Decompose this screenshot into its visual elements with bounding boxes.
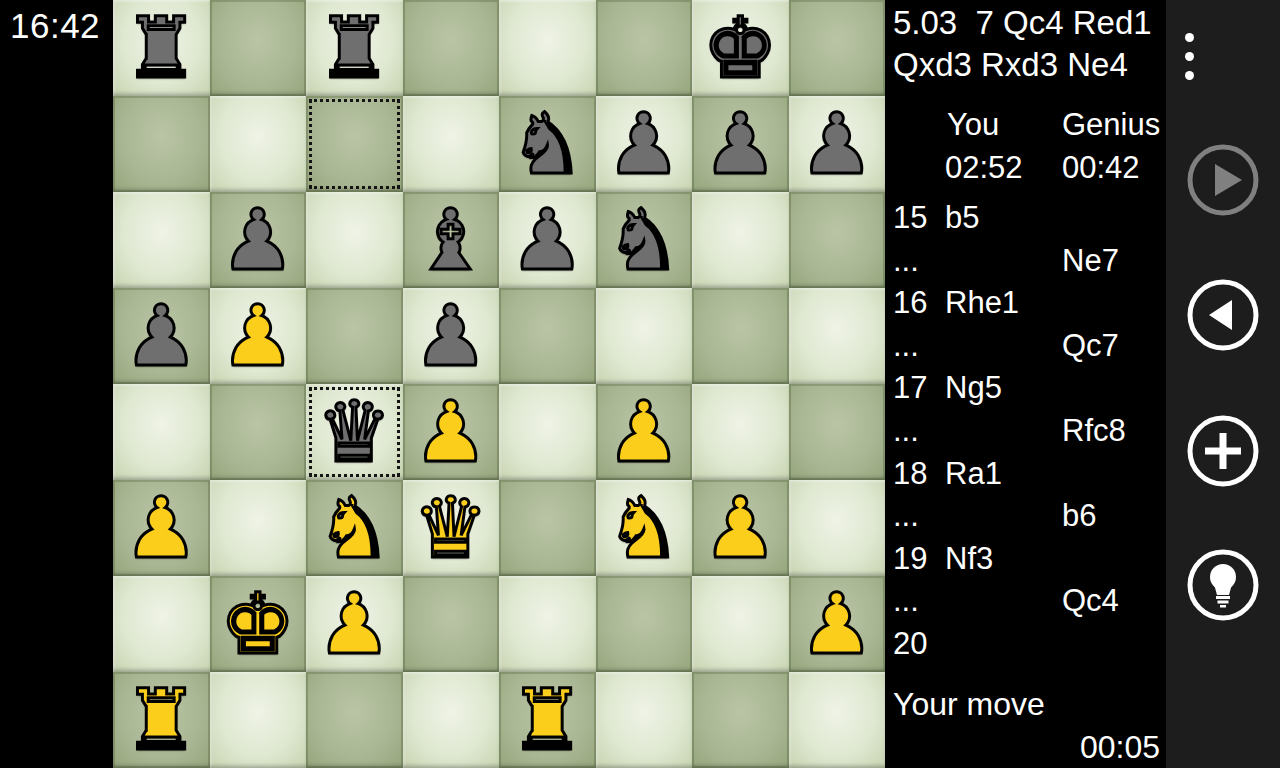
black-move: Ne7 — [1062, 243, 1119, 279]
hint-button[interactable] — [1185, 547, 1261, 623]
square-b6[interactable]: ♟ — [210, 192, 307, 288]
move-row: ...Qc4 — [885, 583, 1166, 626]
square-d1[interactable] — [403, 672, 500, 768]
piece-white-knight: ♞ — [596, 480, 693, 576]
square-d6[interactable]: ♝ — [403, 192, 500, 288]
piece-black-bishop: ♝ — [403, 192, 500, 288]
move-row: 16Rhe1 — [885, 285, 1166, 328]
square-b2[interactable]: ♚ — [210, 576, 307, 672]
piece-white-king: ♚ — [210, 576, 307, 672]
white-move: Ra1 — [945, 456, 1002, 492]
square-f1[interactable] — [596, 672, 693, 768]
last-move-highlight-c7 — [309, 99, 400, 189]
piece-black-pawn: ♟ — [113, 288, 210, 384]
square-d2[interactable] — [403, 576, 500, 672]
chess-board: ♜♜♚♞♟♟♟♟♝♟♞♟♟♟♛♟♟♟♞♛♞♟♚♟♟♜♜ — [113, 0, 885, 768]
ellipsis-dot — [1185, 33, 1194, 42]
move-number: ... — [893, 413, 919, 449]
square-c1[interactable] — [306, 672, 403, 768]
square-d3[interactable]: ♛ — [403, 480, 500, 576]
white-move: Nf3 — [945, 541, 993, 577]
piece-black-pawn: ♟ — [403, 288, 500, 384]
square-f6[interactable]: ♞ — [596, 192, 693, 288]
square-a6[interactable] — [113, 192, 210, 288]
chess-app-screen: 16:42 ♜♜♚♞♟♟♟♟♝♟♞♟♟♟♛♟♟♟♞♛♞♟♚♟♟♜♜ 5.03 7… — [0, 0, 1280, 768]
square-f2[interactable] — [596, 576, 693, 672]
ellipsis-dot — [1185, 52, 1194, 61]
square-c7[interactable] — [306, 96, 403, 192]
black-move: Qc4 — [1062, 583, 1119, 619]
square-b4[interactable] — [210, 384, 307, 480]
move-number: 16 — [893, 285, 927, 321]
square-e2[interactable] — [499, 576, 596, 672]
move-number: ... — [893, 498, 919, 534]
move-number: 19 — [893, 541, 927, 577]
square-e8[interactable] — [499, 0, 596, 96]
move-number: 17 — [893, 370, 927, 406]
square-c2[interactable]: ♟ — [306, 576, 403, 672]
square-e6[interactable]: ♟ — [499, 192, 596, 288]
square-h1[interactable] — [789, 672, 886, 768]
system-clock: 16:42 — [0, 0, 113, 46]
piece-white-rook: ♜ — [113, 672, 210, 768]
square-h5[interactable] — [789, 288, 886, 384]
piece-white-pawn: ♟ — [692, 480, 789, 576]
piece-white-queen: ♛ — [403, 480, 500, 576]
black-player-label: Genius — [1062, 107, 1160, 143]
square-a7[interactable] — [113, 96, 210, 192]
back-button[interactable] — [1185, 277, 1261, 353]
square-h8[interactable] — [789, 0, 886, 96]
move-row: ...b6 — [885, 498, 1166, 541]
square-g7[interactable]: ♟ — [692, 96, 789, 192]
play-button[interactable] — [1185, 142, 1261, 218]
piece-black-rook: ♜ — [306, 0, 403, 96]
lightbulb-icon — [1185, 547, 1261, 623]
move-list[interactable]: 15b5...Ne716Rhe1...Qc717Ng5...Rfc818Ra1.… — [885, 200, 1166, 669]
square-g4[interactable] — [692, 384, 789, 480]
piece-white-pawn: ♟ — [789, 576, 886, 672]
move-row: 18Ra1 — [885, 456, 1166, 499]
square-g1[interactable] — [692, 672, 789, 768]
plus-icon — [1185, 413, 1261, 489]
square-f4[interactable]: ♟ — [596, 384, 693, 480]
square-c8[interactable]: ♜ — [306, 0, 403, 96]
move-row: 19Nf3 — [885, 541, 1166, 584]
white-move: b5 — [945, 200, 979, 236]
move-number: ... — [893, 583, 919, 619]
square-a1[interactable]: ♜ — [113, 672, 210, 768]
move-number: ... — [893, 243, 919, 279]
game-info-panel: 5.03 7 Qc4 Red1 Qxd3 Rxd3 Ne4 You Genius… — [885, 0, 1166, 768]
move-timer: 00:05 — [1080, 729, 1160, 766]
black-move: b6 — [1062, 498, 1096, 534]
square-f7[interactable]: ♟ — [596, 96, 693, 192]
move-row: 17Ng5 — [885, 370, 1166, 413]
square-c6[interactable] — [306, 192, 403, 288]
piece-black-queen: ♛ — [306, 384, 403, 480]
square-b3[interactable] — [210, 480, 307, 576]
move-row: ...Rfc8 — [885, 413, 1166, 456]
square-d7[interactable] — [403, 96, 500, 192]
move-row: 15b5 — [885, 200, 1166, 243]
square-g3[interactable]: ♟ — [692, 480, 789, 576]
application-bar — [1166, 0, 1280, 768]
white-move: Rhe1 — [945, 285, 1019, 321]
piece-white-pawn: ♟ — [306, 576, 403, 672]
square-a5[interactable]: ♟ — [113, 288, 210, 384]
move-number: ... — [893, 328, 919, 364]
square-g6[interactable] — [692, 192, 789, 288]
square-b8[interactable] — [210, 0, 307, 96]
piece-white-pawn: ♟ — [210, 288, 307, 384]
square-e3[interactable] — [499, 480, 596, 576]
square-c5[interactable] — [306, 288, 403, 384]
square-d5[interactable]: ♟ — [403, 288, 500, 384]
square-a8[interactable]: ♜ — [113, 0, 210, 96]
play-icon — [1185, 142, 1261, 218]
move-row: 20 — [885, 626, 1166, 669]
white-move: Ng5 — [945, 370, 1002, 406]
piece-black-pawn: ♟ — [596, 96, 693, 192]
status-message: Your move — [893, 686, 1045, 723]
square-g5[interactable] — [692, 288, 789, 384]
square-d8[interactable] — [403, 0, 500, 96]
piece-black-knight: ♞ — [596, 192, 693, 288]
ellipsis-dot — [1185, 71, 1194, 80]
square-h4[interactable] — [789, 384, 886, 480]
square-e1[interactable]: ♜ — [499, 672, 596, 768]
square-c4[interactable]: ♛ — [306, 384, 403, 480]
square-h7[interactable]: ♟ — [789, 96, 886, 192]
piece-white-knight: ♞ — [306, 480, 403, 576]
square-e5[interactable] — [499, 288, 596, 384]
move-row: ...Ne7 — [885, 243, 1166, 286]
piece-black-king: ♚ — [692, 0, 789, 96]
square-h2[interactable]: ♟ — [789, 576, 886, 672]
square-a2[interactable] — [113, 576, 210, 672]
square-h6[interactable] — [789, 192, 886, 288]
add-button[interactable] — [1185, 413, 1261, 489]
piece-black-pawn: ♟ — [210, 192, 307, 288]
square-f5[interactable] — [596, 288, 693, 384]
piece-black-pawn: ♟ — [789, 96, 886, 192]
back-arrow-icon — [1185, 277, 1261, 353]
engine-analysis-line-1: 5.03 7 Qc4 Red1 — [893, 4, 1152, 42]
black-player-clock: 00:42 — [1062, 150, 1140, 186]
square-b7[interactable] — [210, 96, 307, 192]
square-c3[interactable]: ♞ — [306, 480, 403, 576]
piece-white-rook: ♜ — [499, 672, 596, 768]
vertical-ellipsis-icon[interactable] — [1185, 33, 1194, 90]
engine-analysis-line-2: Qxd3 Rxd3 Ne4 — [893, 46, 1128, 84]
square-g8[interactable]: ♚ — [692, 0, 789, 96]
square-h3[interactable] — [789, 480, 886, 576]
square-e4[interactable] — [499, 384, 596, 480]
square-a3[interactable]: ♟ — [113, 480, 210, 576]
square-b5[interactable]: ♟ — [210, 288, 307, 384]
square-d4[interactable]: ♟ — [403, 384, 500, 480]
square-f8[interactable] — [596, 0, 693, 96]
move-row: ...Qc7 — [885, 328, 1166, 371]
move-number: 15 — [893, 200, 927, 236]
move-number: 20 — [893, 626, 927, 662]
piece-black-knight: ♞ — [499, 96, 596, 192]
square-e7[interactable]: ♞ — [499, 96, 596, 192]
square-g2[interactable] — [692, 576, 789, 672]
piece-white-pawn: ♟ — [403, 384, 500, 480]
square-f3[interactable]: ♞ — [596, 480, 693, 576]
square-b1[interactable] — [210, 672, 307, 768]
piece-black-rook: ♜ — [113, 0, 210, 96]
move-number: 18 — [893, 456, 927, 492]
black-move: Qc7 — [1062, 328, 1119, 364]
black-move: Rfc8 — [1062, 413, 1126, 449]
piece-white-pawn: ♟ — [113, 480, 210, 576]
status-strip: 16:42 — [0, 0, 113, 768]
piece-white-pawn: ♟ — [596, 384, 693, 480]
white-player-label: You — [947, 107, 999, 143]
piece-black-pawn: ♟ — [499, 192, 596, 288]
white-player-clock: 02:52 — [945, 150, 1023, 186]
piece-black-pawn: ♟ — [692, 96, 789, 192]
square-a4[interactable] — [113, 384, 210, 480]
